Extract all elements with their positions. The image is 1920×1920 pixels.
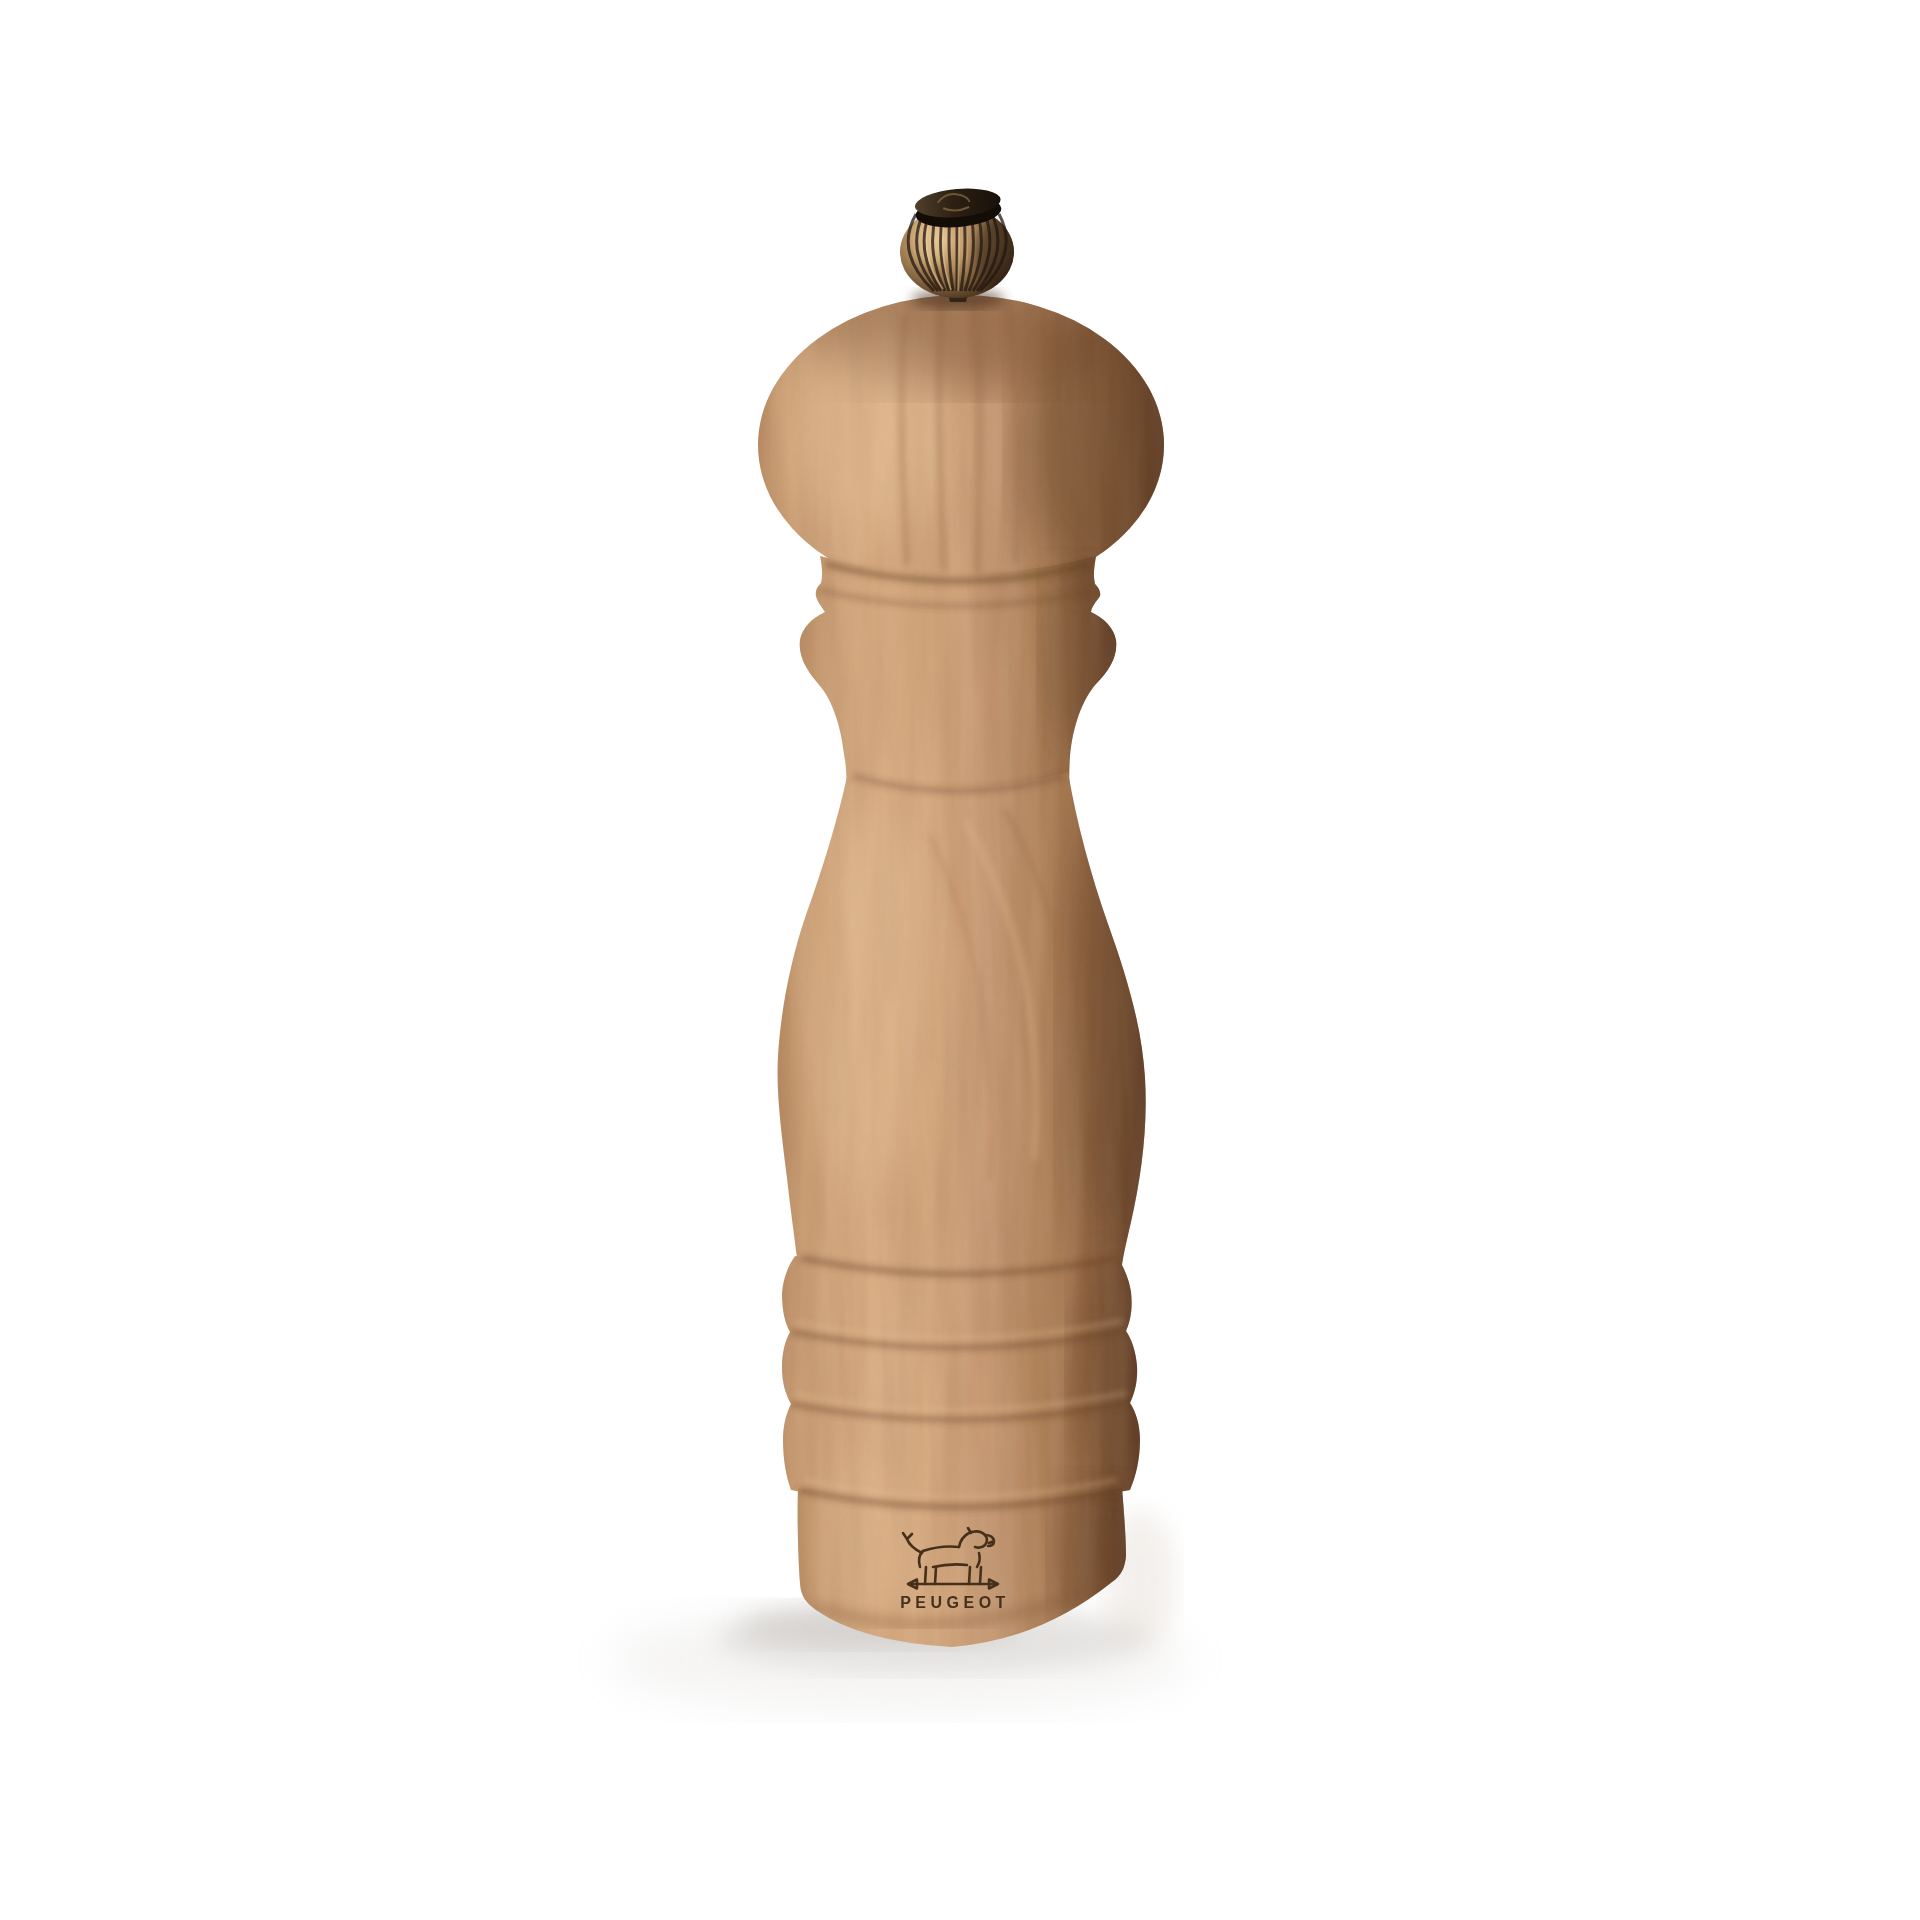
- pepper-mill-illustration: PEUGEOT: [0, 0, 1920, 1920]
- pepper-mill: PEUGEOT: [740, 180, 1200, 1660]
- metal-crank-knob: [900, 185, 1026, 302]
- peugeot-wordmark: PEUGEOT: [900, 1594, 1010, 1611]
- wood-grain-texture: [740, 180, 1200, 1660]
- product-photo: PEUGEOT: [0, 0, 1920, 1920]
